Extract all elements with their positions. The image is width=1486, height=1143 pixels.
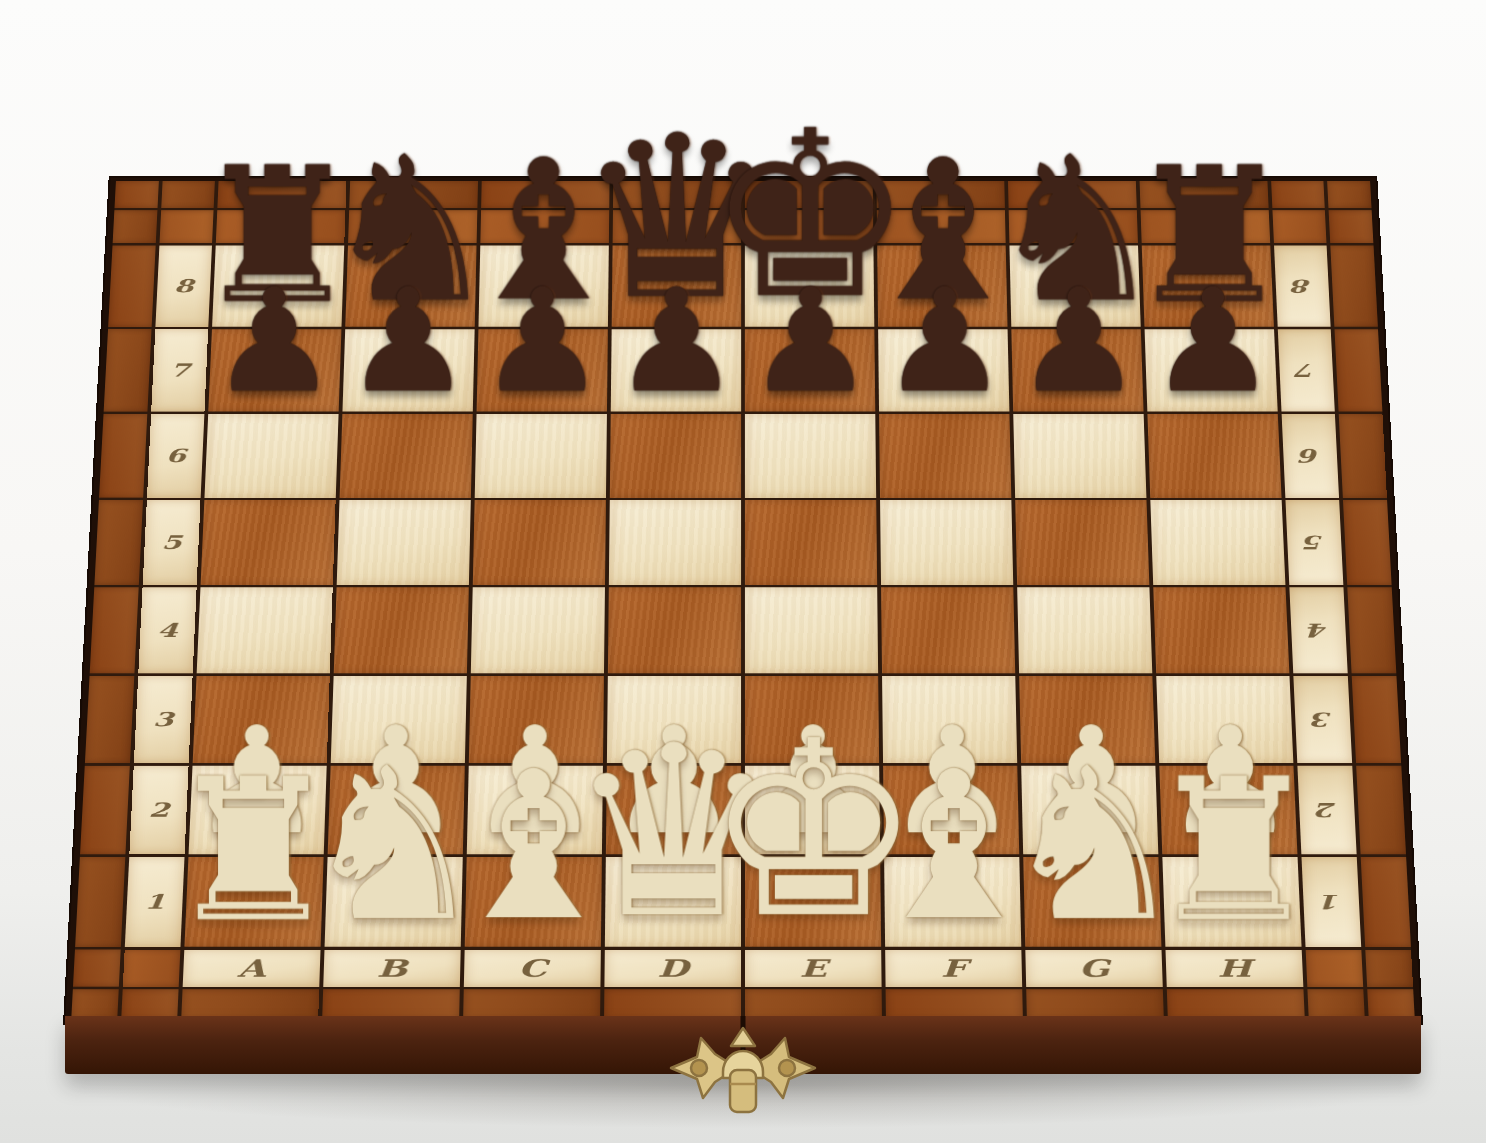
file-label-G: G — [1025, 950, 1162, 987]
square-d5[interactable] — [609, 500, 741, 585]
square-g4[interactable] — [1017, 587, 1152, 673]
file-label-A: A — [183, 950, 321, 987]
latch-hook — [730, 1070, 756, 1112]
square-f4[interactable] — [881, 587, 1015, 673]
piece-black-pawn-h7[interactable]: ♟ — [1148, 275, 1276, 406]
square-h5[interactable] — [1150, 500, 1285, 585]
outer-ring-tile — [80, 766, 130, 855]
square-b6[interactable] — [340, 414, 473, 498]
square-h4[interactable] — [1153, 587, 1289, 673]
rank-label-left-5: 5 — [143, 500, 201, 585]
outer-ring-tile — [115, 181, 159, 208]
inner-ring-tile — [123, 950, 181, 987]
outer-ring-tile — [90, 587, 139, 673]
outer-ring-tile — [1361, 857, 1411, 947]
latch-crown — [731, 1028, 755, 1046]
square-e4[interactable] — [745, 587, 878, 673]
file-label-E: E — [745, 950, 882, 987]
outer-ring-tile — [1329, 210, 1374, 243]
square-c4[interactable] — [471, 587, 605, 673]
outer-ring-tile — [1352, 676, 1401, 763]
square-e1[interactable]: ♚ — [745, 857, 881, 947]
outer-ring-tile — [104, 329, 152, 411]
latch-left-hole — [691, 1060, 707, 1076]
square-g6[interactable] — [1013, 414, 1146, 498]
square-d4[interactable] — [608, 587, 741, 673]
outer-ring-tile — [1365, 950, 1413, 987]
outer-ring-tile — [113, 210, 158, 243]
square-g1[interactable]: ♞ — [1023, 857, 1161, 947]
rank-label-right-4: 4 — [1289, 587, 1347, 673]
outer-ring-tile — [1356, 766, 1406, 855]
outer-ring-tile — [94, 500, 143, 585]
piece-white-rook-a1[interactable]: ♜ — [165, 761, 341, 942]
square-g7[interactable]: ♟ — [1011, 329, 1143, 411]
square-c5[interactable] — [473, 500, 606, 585]
square-h6[interactable] — [1147, 414, 1281, 498]
square-c7[interactable]: ♟ — [477, 329, 608, 411]
square-a6[interactable] — [204, 414, 338, 498]
square-g5[interactable] — [1015, 500, 1149, 585]
piece-black-pawn-b7[interactable]: ♟ — [344, 275, 472, 406]
square-b7[interactable]: ♟ — [342, 329, 474, 411]
piece-black-pawn-e7[interactable]: ♟ — [746, 275, 874, 406]
file-label-C: C — [464, 950, 601, 987]
outer-ring-tile — [85, 676, 134, 763]
outer-ring-tile — [1334, 329, 1382, 411]
outer-ring-tile — [1347, 587, 1396, 673]
square-e7[interactable]: ♟ — [745, 329, 875, 411]
square-a5[interactable] — [201, 500, 336, 585]
rank-label-right-6: 6 — [1282, 414, 1339, 498]
piece-black-pawn-a7[interactable]: ♟ — [210, 275, 338, 406]
outer-ring-tile — [1330, 246, 1377, 327]
chess-board-wrap: 8♜♞♝♛♚♝♞♜87♟♟♟♟♟♟♟♟7665544332♟♟♟♟♟♟♟♟21♜… — [65, 112, 1421, 1024]
file-label-B: B — [323, 950, 460, 987]
file-label-H: H — [1165, 950, 1303, 987]
square-d6[interactable] — [610, 414, 741, 498]
square-h1[interactable]: ♜ — [1162, 857, 1301, 947]
outer-ring-tile — [1339, 414, 1387, 498]
square-b1[interactable]: ♞ — [325, 857, 463, 947]
piece-black-pawn-c7[interactable]: ♟ — [478, 275, 606, 406]
square-h7[interactable]: ♟ — [1145, 329, 1278, 411]
file-label-D: D — [604, 950, 741, 987]
outer-ring-tile — [1343, 500, 1392, 585]
piece-black-pawn-g7[interactable]: ♟ — [1014, 275, 1142, 406]
inner-ring-tile — [1306, 950, 1364, 987]
outer-ring-tile — [75, 857, 125, 947]
square-e6[interactable] — [745, 414, 876, 498]
square-a7[interactable]: ♟ — [208, 329, 341, 411]
piece-white-king-e1[interactable]: ♚ — [704, 719, 921, 942]
square-f6[interactable] — [879, 414, 1011, 498]
latch-right-hole — [779, 1060, 795, 1076]
outer-ring-tile — [99, 414, 147, 498]
photo-backdrop: 8♜♞♝♛♚♝♞♜87♟♟♟♟♟♟♟♟7665544332♟♟♟♟♟♟♟♟21♜… — [0, 0, 1486, 1143]
square-e5[interactable] — [745, 500, 877, 585]
square-b5[interactable] — [337, 500, 471, 585]
file-label-F: F — [885, 950, 1022, 987]
outer-ring-tile — [1327, 181, 1371, 208]
outer-ring-tile — [108, 246, 155, 327]
outer-ring-tile — [73, 950, 121, 987]
rank-label-left-7: 7 — [151, 329, 208, 411]
square-f5[interactable] — [880, 500, 1013, 585]
square-c6[interactable] — [475, 414, 607, 498]
square-d7[interactable]: ♟ — [611, 329, 741, 411]
rank-label-right-5: 5 — [1285, 500, 1343, 585]
rank-label-left-6: 6 — [147, 414, 204, 498]
chess-board: 8♜♞♝♛♚♝♞♜87♟♟♟♟♟♟♟♟7665544332♟♟♟♟♟♟♟♟21♜… — [65, 178, 1421, 1024]
square-b4[interactable] — [334, 587, 469, 673]
box-front-edge — [65, 1016, 1421, 1074]
square-a4[interactable] — [197, 587, 333, 673]
rank-label-right-7: 7 — [1278, 329, 1335, 411]
piece-black-pawn-f7[interactable]: ♟ — [880, 275, 1008, 406]
brass-latch — [663, 1026, 823, 1130]
square-f7[interactable]: ♟ — [878, 329, 1009, 411]
piece-black-pawn-d7[interactable]: ♟ — [612, 275, 740, 406]
rank-label-left-4: 4 — [138, 587, 196, 673]
square-a1[interactable]: ♜ — [184, 857, 323, 947]
piece-white-rook-h1[interactable]: ♜ — [1145, 761, 1321, 942]
